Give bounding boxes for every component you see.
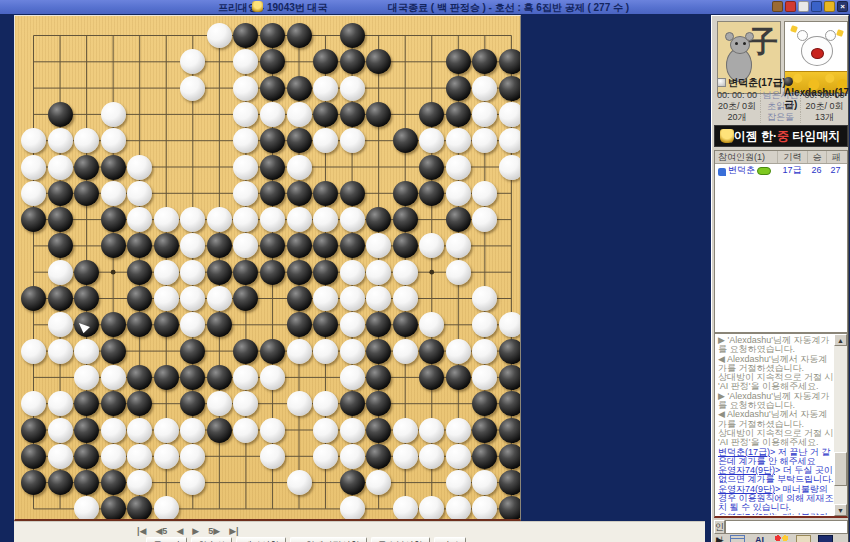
byoyomi-label: 초읽기 <box>761 101 801 112</box>
white-stone <box>472 181 497 206</box>
black-stone <box>446 365 471 390</box>
black-stone <box>48 181 73 206</box>
black-stone <box>340 23 365 48</box>
white-stone <box>499 312 520 337</box>
black-stone <box>499 470 520 495</box>
action-button[interactable]: AI형세판정신청 <box>290 537 367 542</box>
black-stone <box>48 207 73 232</box>
greeting-label[interactable]: 인사말 <box>714 520 725 534</box>
black-stone <box>21 286 46 311</box>
white-stone <box>48 260 73 285</box>
standings-row[interactable]: 변덕춘 17급 26 27 <box>715 164 847 177</box>
white-stone <box>101 365 126 390</box>
white-stone <box>154 207 179 232</box>
white-stone <box>74 496 99 519</box>
black-stone <box>207 365 232 390</box>
white-stone <box>313 418 338 443</box>
white-stone <box>340 444 365 469</box>
black-stone <box>74 181 99 206</box>
scroll-down-icon[interactable]: ▼ <box>834 504 847 516</box>
black-stone <box>207 418 232 443</box>
standings-table: 참여인원(1)기력승패 변덕춘 17급 26 27 <box>714 150 848 333</box>
white-stone <box>340 260 365 285</box>
white-stone <box>393 260 418 285</box>
white-stone <box>472 76 497 101</box>
black-stone <box>287 286 312 311</box>
white-stone <box>287 155 312 180</box>
black-stone <box>21 207 46 232</box>
black-stone <box>313 181 338 206</box>
black-stone <box>366 339 391 364</box>
event-banner[interactable]: 타이젬 한·중 타임매치 <box>714 125 848 147</box>
black-stone <box>287 233 312 258</box>
chat-message: 변덕춘(17급)> 저 끝난 거 같은데 계가를 안 해주세요 <box>718 448 834 467</box>
black-stone <box>313 260 338 285</box>
black-stone <box>393 312 418 337</box>
white-stone <box>180 444 205 469</box>
black-stone <box>101 155 126 180</box>
black-stone <box>366 365 391 390</box>
move-nav-xx[interactable]: |◀ <box>137 526 146 536</box>
black-stone <box>74 418 99 443</box>
black-stone <box>419 102 444 127</box>
black-stone <box>366 444 391 469</box>
white-stone <box>340 128 365 153</box>
white-stone <box>154 444 179 469</box>
white-stone <box>340 339 365 364</box>
white-stone-icon <box>717 78 726 87</box>
chat-message: ▶ 'Alexdashu'님께 자동계가를 요청하였습니다. <box>718 336 834 355</box>
white-stone <box>287 339 312 364</box>
white-stone <box>154 286 179 311</box>
grid-icon[interactable] <box>730 535 745 542</box>
star-point <box>111 270 116 275</box>
scroll-thumb[interactable] <box>834 452 847 486</box>
white-stone <box>101 102 126 127</box>
ai-icon[interactable]: AI <box>752 535 767 542</box>
white-stone <box>393 339 418 364</box>
black-stone <box>154 365 179 390</box>
chat-user-name[interactable]: 운영자74(9단) <box>718 484 775 494</box>
black-stone <box>48 470 73 495</box>
black-stone <box>154 233 179 258</box>
captures-label: 잡은돌 <box>761 112 801 123</box>
black-stone <box>499 496 520 519</box>
black-stone <box>48 286 73 311</box>
white-stone <box>366 286 391 311</box>
mouse-ear <box>745 32 754 41</box>
mouse-ear <box>725 32 734 41</box>
black-stone <box>446 76 471 101</box>
white-stone <box>180 260 205 285</box>
black-stone <box>21 470 46 495</box>
white-stone <box>127 181 152 206</box>
trophy-icon <box>252 1 263 12</box>
white-stone <box>446 260 471 285</box>
black-stone <box>340 391 365 416</box>
white-stone <box>233 155 258 180</box>
white-stone <box>21 181 46 206</box>
game-status-label: 대국종료 ( 백 판정승 ) - 호선 : 흑 6집반 공제 ( 277 수 ) <box>388 1 629 15</box>
move-nav-x[interactable]: ◀ <box>176 526 183 536</box>
black-stone <box>313 102 338 127</box>
black-stone <box>446 102 471 127</box>
black-stone <box>74 286 99 311</box>
white-player-name: 변덕춘(17급) <box>728 77 786 88</box>
white-stone <box>366 260 391 285</box>
black-stone <box>287 128 312 153</box>
titlebar-icons: × <box>772 1 848 12</box>
black-stone <box>472 418 497 443</box>
black-stone <box>74 444 99 469</box>
chat-messages: ▶ 'Alexdashu'님께 자동계가를 요청하였습니다.◀ Alexdash… <box>716 335 834 515</box>
white-stone <box>260 365 285 390</box>
white-stone <box>393 496 418 519</box>
white-stone <box>207 207 232 232</box>
black-stone <box>287 312 312 337</box>
move-nav-x[interactable]: ▶ <box>192 526 199 536</box>
black-stone <box>499 339 520 364</box>
black-stone <box>260 23 285 48</box>
action-button[interactable]: 무승부신청 <box>371 537 430 542</box>
white-stone <box>260 444 285 469</box>
black-stone <box>207 312 232 337</box>
mouse-mouth <box>811 48 824 59</box>
black-stone <box>101 391 126 416</box>
black-stone <box>260 155 285 180</box>
time-label: 남은시간 <box>761 90 801 101</box>
action-buttons[interactable]: 무르기한수쉼계가신청AI형세판정신청무승부신청기권 <box>146 537 466 542</box>
white-stone <box>260 418 285 443</box>
participant-losses: 27 <box>826 164 845 177</box>
white-stone <box>48 418 73 443</box>
move-nav-x5[interactable]: ◀5 <box>155 526 167 536</box>
mouse-ear <box>797 30 808 41</box>
white-stone <box>340 365 365 390</box>
black-stone <box>48 102 73 127</box>
white-stone <box>287 391 312 416</box>
black-remaining-time: 00: 00: 00 <box>801 90 848 101</box>
title-bar: 프리대영 - 19043번 대국 대국종료 ( 백 판정승 ) - 호선 : 흑… <box>0 0 850 14</box>
standings-header: 참여인원(1)기력승패 <box>715 151 847 164</box>
black-stone <box>287 23 312 48</box>
chat-message: 운영자74(9단)> 더 두실 곳이 없으면 계가를 부탁드립니다. <box>718 466 834 485</box>
black-stone <box>101 207 126 232</box>
white-stone <box>74 365 99 390</box>
star-point <box>429 270 434 275</box>
black-stone <box>499 391 520 416</box>
black-stone <box>74 155 99 180</box>
white-stone <box>154 260 179 285</box>
white-stone <box>340 496 365 519</box>
black-stone <box>21 418 46 443</box>
chat-message: 운영자74(9단)> 매너불량의 경우 이용원칙에 의해 제재조치 될 수 있습… <box>718 513 834 515</box>
white-stone <box>233 418 258 443</box>
card-icon[interactable] <box>796 535 811 542</box>
game-number-label: 19043번 대국 <box>267 1 328 15</box>
mouse-ear <box>825 30 836 41</box>
white-stone <box>101 444 126 469</box>
white-stone <box>287 470 312 495</box>
chat-user-name[interactable]: 운영자74(9단) <box>718 465 775 475</box>
white-stone <box>287 102 312 127</box>
white-stone <box>207 391 232 416</box>
black-stone <box>366 418 391 443</box>
gold-icon[interactable] <box>824 1 835 12</box>
black-stone <box>366 102 391 127</box>
white-stone <box>74 339 99 364</box>
black-stone <box>499 49 520 74</box>
white-stone <box>127 418 152 443</box>
black-stone <box>101 470 126 495</box>
black-stone <box>287 181 312 206</box>
chat-message: ◀ Alexdashu'님께서 자동계가를 거절하셨습니다. <box>718 410 834 429</box>
black-stone <box>260 76 285 101</box>
black-stone <box>101 233 126 258</box>
black-stone <box>393 181 418 206</box>
white-stone <box>313 286 338 311</box>
chat-message: ◀ Alexdashu'님께서 자동계가를 거절하셨습니다. <box>718 355 834 374</box>
close-icon[interactable]: × <box>837 1 848 12</box>
play-icon[interactable]: ▶ <box>716 535 723 542</box>
white-stone <box>499 102 520 127</box>
white-stone <box>101 181 126 206</box>
mascot-icon[interactable] <box>772 1 783 12</box>
item-badge-icon <box>757 167 771 175</box>
scroll-up-icon[interactable]: ▲ <box>834 334 847 346</box>
black-stone <box>340 102 365 127</box>
white-stone <box>154 496 179 519</box>
white-stone <box>446 155 471 180</box>
white-stone <box>340 312 365 337</box>
white-stone <box>340 76 365 101</box>
white-stone <box>260 102 285 127</box>
white-stone <box>446 339 471 364</box>
black-stone <box>287 76 312 101</box>
white-stone <box>48 312 73 337</box>
white-stone <box>472 339 497 364</box>
white-stone <box>446 128 471 153</box>
white-captures: 20개 <box>714 112 761 123</box>
black-stone <box>260 128 285 153</box>
white-stone <box>48 339 73 364</box>
black-stone <box>260 260 285 285</box>
black-stone <box>393 128 418 153</box>
white-stone <box>340 418 365 443</box>
white-stone <box>154 418 179 443</box>
white-stone <box>313 76 338 101</box>
black-stone <box>287 260 312 285</box>
black-stone <box>127 496 152 519</box>
white-stone <box>499 155 520 180</box>
action-button[interactable]: 한수쉼 <box>191 537 232 542</box>
black-stone <box>260 181 285 206</box>
black-stone <box>499 418 520 443</box>
greeting-row: 인사말 <box>714 520 848 534</box>
pinwheel-icon[interactable] <box>774 535 789 542</box>
white-stone <box>446 181 471 206</box>
black-stone <box>101 312 126 337</box>
black-stone <box>446 207 471 232</box>
trophy-icon <box>720 129 734 143</box>
black-stone <box>233 260 258 285</box>
white-stone <box>180 76 205 101</box>
white-stone <box>313 207 338 232</box>
bottom-strip: |◀◀5◀▶5▶▶| 무르기한수쉼계가신청AI형세판정신청무승부신청기권 <box>14 521 705 542</box>
chat-box: ▶ 'Alexdashu'님께 자동계가를 요청하였습니다.◀ Alexdash… <box>714 333 848 518</box>
white-stone <box>313 444 338 469</box>
player-names-row: 변덕춘(17급) Alexdashu(17급) <box>714 76 848 89</box>
black-stone <box>127 365 152 390</box>
white-stone <box>48 128 73 153</box>
white-stone <box>419 444 444 469</box>
white-stone <box>207 286 232 311</box>
black-stone-icon <box>784 77 793 86</box>
black-stone <box>180 339 205 364</box>
white-stone <box>419 418 444 443</box>
alert-icon[interactable] <box>785 1 796 12</box>
black-stone <box>127 260 152 285</box>
black-stone <box>340 49 365 74</box>
white-stone <box>21 339 46 364</box>
black-stone <box>472 444 497 469</box>
white-stone <box>101 418 126 443</box>
white-stone <box>393 444 418 469</box>
chat-message: ▶ 'Alexdashu'님께 자동계가를 요청하였습니다. <box>718 392 834 411</box>
black-stone <box>499 365 520 390</box>
white-stone <box>260 207 285 232</box>
black-stone <box>340 470 365 495</box>
white-stone <box>233 76 258 101</box>
white-stone <box>446 444 471 469</box>
white-stone <box>287 207 312 232</box>
chat-input[interactable] <box>725 520 848 534</box>
black-byoyomi: 20초/ 0회 <box>801 101 848 112</box>
chat-scrollbar[interactable]: ▲ ▼ <box>834 334 847 516</box>
white-stone <box>446 418 471 443</box>
white-stone <box>393 286 418 311</box>
white-stone <box>472 496 497 519</box>
action-button[interactable]: 기권 <box>434 537 466 542</box>
participant-wins: 26 <box>807 164 826 177</box>
black-stone <box>419 365 444 390</box>
white-stone <box>48 444 73 469</box>
white-stone <box>207 23 232 48</box>
white-stone <box>180 418 205 443</box>
board-frame <box>14 15 521 521</box>
chat-user-name[interactable]: 운영자74(9단) <box>718 512 775 515</box>
move-nav-xx[interactable]: ▶| <box>229 526 238 536</box>
black-stone <box>340 181 365 206</box>
chat-user-name[interactable]: 변덕춘(17급) <box>718 447 770 457</box>
panel-icon[interactable] <box>811 1 822 12</box>
thumb-icon <box>718 168 726 176</box>
white-stone <box>313 339 338 364</box>
black-stone <box>419 181 444 206</box>
black-stone <box>446 49 471 74</box>
stones-icon[interactable] <box>798 1 809 12</box>
chat-icon[interactable] <box>818 535 833 542</box>
black-stone <box>207 260 232 285</box>
black-stone <box>101 339 126 364</box>
move-navigation[interactable]: |◀◀5◀▶5▶▶| <box>137 526 239 536</box>
black-stone <box>499 444 520 469</box>
clock-panel: 00: 00: 00 남은시간 00: 00: 00 20초/ 0회 초읽기 2… <box>714 90 848 123</box>
white-stone <box>127 155 152 180</box>
white-stone <box>446 496 471 519</box>
go-board[interactable] <box>15 16 520 519</box>
white-stone <box>101 128 126 153</box>
black-stone <box>154 312 179 337</box>
participant-name: 변덕춘 <box>728 164 755 177</box>
panel-toolbar[interactable]: ▶AI <box>714 535 848 542</box>
black-stone <box>499 76 520 101</box>
black-stone <box>260 339 285 364</box>
chat-message: 운영자74(9단)> 매너불량의 경우 이용원칙에 의해 제재조치 될 수 있습… <box>718 485 834 513</box>
right-panel: 子 변덕춘(17급) Alexdashu(17급) 00: 00: 00 남은시… <box>711 15 849 542</box>
black-captures: 13개 <box>801 112 848 123</box>
white-stone <box>48 155 73 180</box>
action-button[interactable]: 무르기 <box>146 537 187 542</box>
action-button[interactable]: 계가신청 <box>236 537 286 542</box>
move-nav-5x[interactable]: 5▶ <box>208 526 220 536</box>
white-stone <box>127 444 152 469</box>
white-byoyomi: 20초/ 0회 <box>714 101 761 112</box>
black-stone <box>419 339 444 364</box>
white-stone <box>340 207 365 232</box>
white-stone <box>446 470 471 495</box>
black-stone <box>101 496 126 519</box>
black-stone <box>48 233 73 258</box>
white-stone <box>48 391 73 416</box>
black-stone <box>419 155 444 180</box>
black-stone <box>233 339 258 364</box>
black-stone <box>74 260 99 285</box>
white-stone <box>393 418 418 443</box>
black-stone <box>393 207 418 232</box>
white-stone <box>21 155 46 180</box>
black-stone <box>340 233 365 258</box>
participant-rank: 17급 <box>777 164 807 177</box>
black-stone <box>393 233 418 258</box>
white-stone <box>499 128 520 153</box>
white-remaining-time: 00: 00: 00 <box>714 90 761 101</box>
white-stone <box>340 286 365 311</box>
black-stone <box>21 444 46 469</box>
white-stone <box>419 496 444 519</box>
